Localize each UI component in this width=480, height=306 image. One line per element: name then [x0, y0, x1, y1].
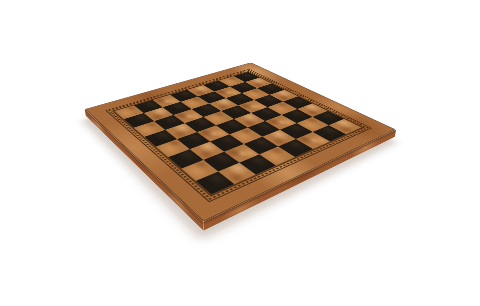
square-g2[interactable]: [203, 152, 239, 172]
square-e2[interactable]: [177, 132, 210, 149]
square-g4[interactable]: [244, 137, 278, 155]
chessboard: [85, 63, 396, 223]
square-g5[interactable]: [262, 130, 296, 147]
square-e4[interactable]: [216, 119, 248, 134]
square-f2[interactable]: [190, 142, 224, 160]
square-e1[interactable]: [156, 139, 190, 157]
square-d3[interactable]: [185, 117, 216, 132]
square-g1[interactable]: [182, 160, 219, 181]
square-g3[interactable]: [224, 144, 259, 163]
square-f5[interactable]: [248, 121, 280, 137]
square-h5[interactable]: [278, 139, 313, 157]
square-h4[interactable]: [259, 146, 295, 165]
square-f3[interactable]: [210, 134, 244, 151]
square-d2[interactable]: [165, 123, 197, 139]
square-g6[interactable]: [280, 123, 313, 139]
board-top-surface: [85, 63, 396, 223]
square-h1[interactable]: [196, 172, 234, 195]
square-g7[interactable]: [297, 117, 329, 132]
square-h8[interactable]: [329, 119, 362, 134]
photo-background: [0, 0, 480, 306]
square-f1[interactable]: [168, 149, 203, 168]
square-f4[interactable]: [229, 128, 262, 144]
square-h6[interactable]: [296, 132, 330, 149]
square-c1[interactable]: [134, 121, 165, 137]
square-h7[interactable]: [313, 125, 346, 141]
square-e3[interactable]: [197, 125, 229, 141]
square-d1[interactable]: [145, 130, 178, 147]
square-h3[interactable]: [239, 154, 276, 174]
square-h2[interactable]: [218, 163, 255, 184]
